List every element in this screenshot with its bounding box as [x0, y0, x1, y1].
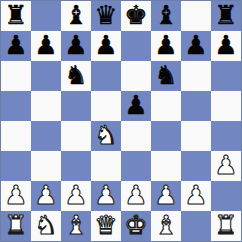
- chess-board: ♜♝♛♚♝♜♟♟♟♟♟♟♟♞♞♟♞♟♟♟♟♟♟♟♟♜♞♝♛♚♝♜: [0, 0, 242, 242]
- square-b6[interactable]: [31, 61, 61, 91]
- piece-white-king: ♚: [124, 212, 147, 238]
- square-c8[interactable]: ♝: [61, 1, 91, 31]
- piece-black-knight: ♞: [154, 62, 177, 88]
- square-d8[interactable]: ♛: [91, 1, 121, 31]
- square-d6[interactable]: [91, 61, 121, 91]
- piece-black-bishop: ♝: [64, 2, 87, 28]
- chess-board-container: ♜♝♛♚♝♜♟♟♟♟♟♟♟♞♞♟♞♟♟♟♟♟♟♟♟♜♞♝♛♚♝♜: [0, 0, 242, 242]
- square-e5[interactable]: ♟: [121, 91, 151, 121]
- square-a4[interactable]: [1, 121, 31, 151]
- piece-white-pawn: ♟: [64, 182, 87, 208]
- square-f4[interactable]: [151, 121, 181, 151]
- square-c1[interactable]: ♝: [61, 211, 91, 241]
- square-f6[interactable]: ♞: [151, 61, 181, 91]
- square-f7[interactable]: ♟: [151, 31, 181, 61]
- piece-black-pawn: ♟: [34, 32, 57, 58]
- square-e8[interactable]: ♚: [121, 1, 151, 31]
- square-b8[interactable]: [31, 1, 61, 31]
- square-g5[interactable]: [181, 91, 211, 121]
- square-b4[interactable]: [31, 121, 61, 151]
- square-d2[interactable]: ♟: [91, 181, 121, 211]
- square-b3[interactable]: [31, 151, 61, 181]
- square-f5[interactable]: [151, 91, 181, 121]
- piece-black-pawn: ♟: [214, 32, 237, 58]
- piece-white-pawn: ♟: [214, 152, 237, 178]
- square-d4[interactable]: ♞: [91, 121, 121, 151]
- square-e7[interactable]: [121, 31, 151, 61]
- square-c2[interactable]: ♟: [61, 181, 91, 211]
- square-b1[interactable]: ♞: [31, 211, 61, 241]
- piece-black-bishop: ♝: [154, 2, 177, 28]
- piece-black-knight: ♞: [64, 62, 87, 88]
- square-h8[interactable]: ♜: [211, 1, 241, 31]
- piece-black-pawn: ♟: [64, 32, 87, 58]
- square-a6[interactable]: [1, 61, 31, 91]
- square-g6[interactable]: [181, 61, 211, 91]
- piece-white-rook: ♜: [214, 212, 237, 238]
- piece-white-pawn: ♟: [154, 182, 177, 208]
- square-h5[interactable]: [211, 91, 241, 121]
- piece-white-bishop: ♝: [64, 212, 87, 238]
- square-e3[interactable]: [121, 151, 151, 181]
- square-g3[interactable]: [181, 151, 211, 181]
- square-c6[interactable]: ♞: [61, 61, 91, 91]
- square-c7[interactable]: ♟: [61, 31, 91, 61]
- square-g7[interactable]: ♟: [181, 31, 211, 61]
- square-a7[interactable]: ♟: [1, 31, 31, 61]
- piece-black-king: ♚: [124, 2, 147, 28]
- square-h7[interactable]: ♟: [211, 31, 241, 61]
- square-e6[interactable]: [121, 61, 151, 91]
- square-g2[interactable]: ♟: [181, 181, 211, 211]
- square-h1[interactable]: ♜: [211, 211, 241, 241]
- square-g4[interactable]: [181, 121, 211, 151]
- piece-black-pawn: ♟: [184, 32, 207, 58]
- square-f8[interactable]: ♝: [151, 1, 181, 31]
- square-f2[interactable]: ♟: [151, 181, 181, 211]
- piece-black-pawn: ♟: [4, 32, 27, 58]
- piece-white-knight: ♞: [34, 212, 57, 238]
- square-h3[interactable]: ♟: [211, 151, 241, 181]
- piece-white-knight: ♞: [94, 122, 117, 148]
- square-c5[interactable]: [61, 91, 91, 121]
- square-a2[interactable]: ♟: [1, 181, 31, 211]
- square-c3[interactable]: [61, 151, 91, 181]
- square-c4[interactable]: [61, 121, 91, 151]
- square-a8[interactable]: ♜: [1, 1, 31, 31]
- piece-black-rook: ♜: [4, 2, 27, 28]
- piece-black-queen: ♛: [94, 2, 117, 28]
- square-d7[interactable]: ♟: [91, 31, 121, 61]
- square-d5[interactable]: [91, 91, 121, 121]
- piece-white-queen: ♛: [94, 212, 117, 238]
- piece-black-rook: ♜: [214, 2, 237, 28]
- square-g8[interactable]: [181, 1, 211, 31]
- piece-black-pawn: ♟: [124, 92, 147, 118]
- square-f1[interactable]: ♝: [151, 211, 181, 241]
- square-h6[interactable]: [211, 61, 241, 91]
- square-e2[interactable]: ♟: [121, 181, 151, 211]
- square-a5[interactable]: [1, 91, 31, 121]
- piece-white-pawn: ♟: [4, 182, 27, 208]
- square-h4[interactable]: [211, 121, 241, 151]
- square-e4[interactable]: [121, 121, 151, 151]
- square-a3[interactable]: [1, 151, 31, 181]
- piece-white-pawn: ♟: [184, 182, 207, 208]
- piece-white-rook: ♜: [4, 212, 27, 238]
- piece-white-bishop: ♝: [154, 212, 177, 238]
- square-e1[interactable]: ♚: [121, 211, 151, 241]
- piece-black-pawn: ♟: [154, 32, 177, 58]
- square-a1[interactable]: ♜: [1, 211, 31, 241]
- piece-white-pawn: ♟: [94, 182, 117, 208]
- square-g1[interactable]: [181, 211, 211, 241]
- square-d3[interactable]: [91, 151, 121, 181]
- piece-white-pawn: ♟: [34, 182, 57, 208]
- square-h2[interactable]: [211, 181, 241, 211]
- square-b2[interactable]: ♟: [31, 181, 61, 211]
- piece-black-pawn: ♟: [94, 32, 117, 58]
- square-f3[interactable]: [151, 151, 181, 181]
- square-b7[interactable]: ♟: [31, 31, 61, 61]
- square-b5[interactable]: [31, 91, 61, 121]
- piece-white-pawn: ♟: [124, 182, 147, 208]
- square-d1[interactable]: ♛: [91, 211, 121, 241]
